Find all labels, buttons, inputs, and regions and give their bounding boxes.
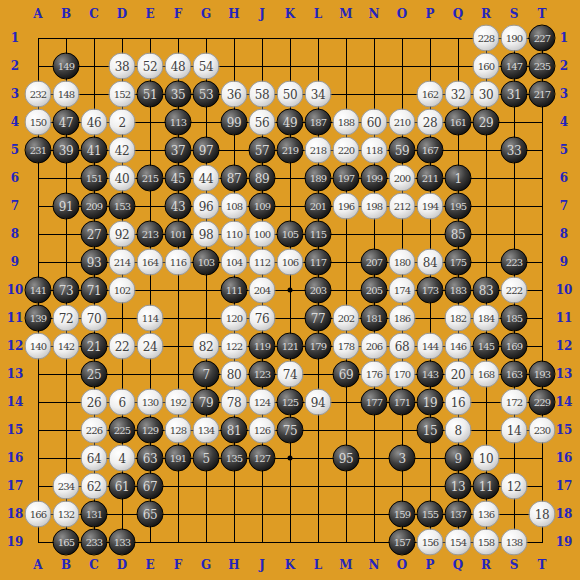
black-stone-H6-move-87[interactable]: 87 xyxy=(221,165,248,192)
black-stone-F5-move-37[interactable]: 37 xyxy=(165,137,192,164)
move-number: 170 xyxy=(394,369,411,380)
row-label-right-13: 13 xyxy=(556,368,573,380)
black-stone-N10-move-205[interactable]: 205 xyxy=(361,277,388,304)
white-stone-T15-move-230[interactable]: 230 xyxy=(529,417,556,444)
black-stone-M6-move-197[interactable]: 197 xyxy=(333,165,360,192)
white-stone-H7-move-108[interactable]: 108 xyxy=(221,193,248,220)
black-stone-G3-move-53[interactable]: 53 xyxy=(193,81,220,108)
black-stone-G13-move-7[interactable]: 7 xyxy=(193,361,220,388)
white-stone-R19-move-158[interactable]: 158 xyxy=(473,529,500,556)
white-stone-R13-move-168[interactable]: 168 xyxy=(473,361,500,388)
black-stone-F3-move-35[interactable]: 35 xyxy=(165,81,192,108)
white-stone-C11-move-70[interactable]: 70 xyxy=(81,305,108,332)
white-stone-B11-move-72[interactable]: 72 xyxy=(53,305,80,332)
white-stone-R1-move-228[interactable]: 228 xyxy=(473,25,500,52)
black-stone-F16-move-191[interactable]: 191 xyxy=(165,445,192,472)
move-number: 233 xyxy=(86,537,103,548)
white-stone-H13-move-80[interactable]: 80 xyxy=(221,361,248,388)
white-stone-O4-move-210[interactable]: 210 xyxy=(389,109,416,136)
black-stone-P13-move-143[interactable]: 143 xyxy=(417,361,444,388)
black-stone-G5-move-97[interactable]: 97 xyxy=(193,137,220,164)
black-stone-O16-move-3[interactable]: 3 xyxy=(389,445,416,472)
black-stone-C6-move-151[interactable]: 151 xyxy=(81,165,108,192)
move-number: 196 xyxy=(338,201,355,212)
col-label-top-C: C xyxy=(89,8,99,20)
white-stone-R11-move-184[interactable]: 184 xyxy=(473,305,500,332)
black-stone-C19-move-233[interactable]: 233 xyxy=(81,529,108,556)
col-label-bottom-K: K xyxy=(285,559,295,571)
move-number: 10 xyxy=(479,451,493,465)
move-number: 205 xyxy=(366,285,383,296)
black-stone-S11-move-185[interactable]: 185 xyxy=(501,305,528,332)
white-stone-B18-move-132[interactable]: 132 xyxy=(53,501,80,528)
white-stone-A12-move-140[interactable]: 140 xyxy=(25,333,52,360)
white-stone-Q11-move-182[interactable]: 182 xyxy=(445,305,472,332)
move-number: 157 xyxy=(394,537,411,548)
white-stone-H3-move-36[interactable]: 36 xyxy=(221,81,248,108)
black-stone-P5-move-167[interactable]: 167 xyxy=(417,137,444,164)
black-stone-N9-move-207[interactable]: 207 xyxy=(361,249,388,276)
white-stone-O7-move-212[interactable]: 212 xyxy=(389,193,416,220)
white-stone-E2-move-52[interactable]: 52 xyxy=(137,53,164,80)
black-stone-S5-move-33[interactable]: 33 xyxy=(501,137,528,164)
black-stone-B19-move-165[interactable]: 165 xyxy=(53,529,80,556)
row-label-left-5: 5 xyxy=(11,144,19,156)
move-number: 198 xyxy=(366,201,383,212)
black-stone-B2-move-149[interactable]: 149 xyxy=(53,53,80,80)
black-stone-L12-move-179[interactable]: 179 xyxy=(305,333,332,360)
white-stone-D5-move-42[interactable]: 42 xyxy=(109,137,136,164)
white-stone-P7-move-194[interactable]: 194 xyxy=(417,193,444,220)
move-number: 43 xyxy=(171,199,185,213)
white-stone-R2-move-160[interactable]: 160 xyxy=(473,53,500,80)
white-stone-H12-move-122[interactable]: 122 xyxy=(221,333,248,360)
white-stone-T18-move-18[interactable]: 18 xyxy=(529,501,556,528)
black-stone-D15-move-225[interactable]: 225 xyxy=(109,417,136,444)
black-stone-T2-move-235[interactable]: 235 xyxy=(529,53,556,80)
white-stone-L5-move-218[interactable]: 218 xyxy=(305,137,332,164)
black-stone-K5-move-219[interactable]: 219 xyxy=(277,137,304,164)
white-stone-Q14-move-16[interactable]: 16 xyxy=(445,389,472,416)
white-stone-D6-move-40[interactable]: 40 xyxy=(109,165,136,192)
black-stone-E15-move-129[interactable]: 129 xyxy=(137,417,164,444)
black-stone-L7-move-201[interactable]: 201 xyxy=(305,193,332,220)
move-number: 26 xyxy=(87,395,101,409)
white-stone-P4-move-28[interactable]: 28 xyxy=(417,109,444,136)
move-number: 7 xyxy=(202,367,209,381)
white-stone-G15-move-134[interactable]: 134 xyxy=(193,417,220,444)
move-number: 231 xyxy=(30,145,47,156)
black-stone-P14-move-19[interactable]: 19 xyxy=(417,389,444,416)
white-stone-S14-move-172[interactable]: 172 xyxy=(501,389,528,416)
black-stone-C5-move-41[interactable]: 41 xyxy=(81,137,108,164)
black-stone-K15-move-75[interactable]: 75 xyxy=(277,417,304,444)
black-stone-R17-move-11[interactable]: 11 xyxy=(473,473,500,500)
black-stone-Q4-move-161[interactable]: 161 xyxy=(445,109,472,136)
black-stone-D7-move-153[interactable]: 153 xyxy=(109,193,136,220)
white-stone-A3-move-232[interactable]: 232 xyxy=(25,81,52,108)
white-stone-D12-move-22[interactable]: 22 xyxy=(109,333,136,360)
black-stone-Q7-move-195[interactable]: 195 xyxy=(445,193,472,220)
white-stone-O12-move-68[interactable]: 68 xyxy=(389,333,416,360)
black-stone-T3-move-217[interactable]: 217 xyxy=(529,81,556,108)
white-stone-D16-move-4[interactable]: 4 xyxy=(109,445,136,472)
white-stone-H8-move-110[interactable]: 110 xyxy=(221,221,248,248)
move-number: 14 xyxy=(507,423,521,437)
black-stone-D17-move-61[interactable]: 61 xyxy=(109,473,136,500)
black-stone-S3-move-31[interactable]: 31 xyxy=(501,81,528,108)
black-stone-E17-move-67[interactable]: 67 xyxy=(137,473,164,500)
white-stone-D2-move-38[interactable]: 38 xyxy=(109,53,136,80)
black-stone-Q8-move-85[interactable]: 85 xyxy=(445,221,472,248)
move-number: 184 xyxy=(478,313,495,324)
black-stone-S9-move-223[interactable]: 223 xyxy=(501,249,528,276)
black-stone-F7-move-43[interactable]: 43 xyxy=(165,193,192,220)
black-stone-J13-move-123[interactable]: 123 xyxy=(249,361,276,388)
white-stone-C16-move-64[interactable]: 64 xyxy=(81,445,108,472)
move-number: 38 xyxy=(115,59,129,73)
black-stone-O19-move-157[interactable]: 157 xyxy=(389,529,416,556)
white-stone-D9-move-214[interactable]: 214 xyxy=(109,249,136,276)
black-stone-L8-move-115[interactable]: 115 xyxy=(305,221,332,248)
white-stone-F15-move-128[interactable]: 128 xyxy=(165,417,192,444)
white-stone-O10-move-174[interactable]: 174 xyxy=(389,277,416,304)
row-label-right-15: 15 xyxy=(556,424,573,436)
white-stone-J15-move-126[interactable]: 126 xyxy=(249,417,276,444)
white-stone-S19-move-138[interactable]: 138 xyxy=(501,529,528,556)
black-stone-G16-move-5[interactable]: 5 xyxy=(193,445,220,472)
white-stone-P9-move-84[interactable]: 84 xyxy=(417,249,444,276)
move-number: 154 xyxy=(450,537,467,548)
move-number: 21 xyxy=(87,339,101,353)
move-number: 210 xyxy=(394,117,411,128)
black-stone-C7-move-209[interactable]: 209 xyxy=(81,193,108,220)
black-stone-H4-move-99[interactable]: 99 xyxy=(221,109,248,136)
black-stone-H10-move-111[interactable]: 111 xyxy=(221,277,248,304)
move-number: 136 xyxy=(478,509,495,520)
row-label-left-9: 9 xyxy=(11,256,19,268)
black-stone-L11-move-77[interactable]: 77 xyxy=(305,305,332,332)
black-stone-T1-move-227[interactable]: 227 xyxy=(529,25,556,52)
black-stone-L4-move-187[interactable]: 187 xyxy=(305,109,332,136)
black-stone-O18-move-159[interactable]: 159 xyxy=(389,501,416,528)
white-stone-L14-move-94[interactable]: 94 xyxy=(305,389,332,416)
black-stone-R4-move-29[interactable]: 29 xyxy=(473,109,500,136)
black-stone-A10-move-141[interactable]: 141 xyxy=(25,277,52,304)
black-stone-A5-move-231[interactable]: 231 xyxy=(25,137,52,164)
black-stone-J12-move-119[interactable]: 119 xyxy=(249,333,276,360)
black-stone-C12-move-21[interactable]: 21 xyxy=(81,333,108,360)
black-stone-R10-move-83[interactable]: 83 xyxy=(473,277,500,304)
black-stone-D19-move-133[interactable]: 133 xyxy=(109,529,136,556)
white-stone-S10-move-222[interactable]: 222 xyxy=(501,277,528,304)
white-stone-K3-move-50[interactable]: 50 xyxy=(277,81,304,108)
white-stone-J14-move-124[interactable]: 124 xyxy=(249,389,276,416)
white-stone-G7-move-96[interactable]: 96 xyxy=(193,193,220,220)
white-stone-N13-move-176[interactable]: 176 xyxy=(361,361,388,388)
white-stone-A18-move-166[interactable]: 166 xyxy=(25,501,52,528)
black-stone-C10-move-71[interactable]: 71 xyxy=(81,277,108,304)
move-number: 16 xyxy=(451,395,465,409)
white-stone-R3-move-30[interactable]: 30 xyxy=(473,81,500,108)
move-number: 148 xyxy=(58,89,75,100)
move-number: 62 xyxy=(87,479,101,493)
white-stone-E9-move-164[interactable]: 164 xyxy=(137,249,164,276)
white-stone-A4-move-150[interactable]: 150 xyxy=(25,109,52,136)
move-number: 167 xyxy=(422,145,439,156)
white-stone-G2-move-54[interactable]: 54 xyxy=(193,53,220,80)
black-stone-Q17-move-13[interactable]: 13 xyxy=(445,473,472,500)
black-stone-C13-move-25[interactable]: 25 xyxy=(81,361,108,388)
black-stone-T14-move-229[interactable]: 229 xyxy=(529,389,556,416)
move-number: 22 xyxy=(115,339,129,353)
black-stone-H16-move-135[interactable]: 135 xyxy=(221,445,248,472)
white-stone-N4-move-60[interactable]: 60 xyxy=(361,109,388,136)
black-stone-J5-move-57[interactable]: 57 xyxy=(249,137,276,164)
black-stone-P10-move-173[interactable]: 173 xyxy=(417,277,444,304)
black-stone-Q6-move-1[interactable]: 1 xyxy=(445,165,472,192)
white-stone-F2-move-48[interactable]: 48 xyxy=(165,53,192,80)
row-label-right-6: 6 xyxy=(560,172,568,184)
white-stone-J3-move-58[interactable]: 58 xyxy=(249,81,276,108)
black-stone-E16-move-63[interactable]: 63 xyxy=(137,445,164,472)
black-stone-L10-move-203[interactable]: 203 xyxy=(305,277,332,304)
white-stone-C4-move-46[interactable]: 46 xyxy=(81,109,108,136)
move-number: 32 xyxy=(451,87,465,101)
white-stone-M4-move-188[interactable]: 188 xyxy=(333,109,360,136)
move-number: 182 xyxy=(450,313,467,324)
black-stone-T13-move-193[interactable]: 193 xyxy=(529,361,556,388)
white-stone-J8-move-100[interactable]: 100 xyxy=(249,221,276,248)
white-stone-O6-move-200[interactable]: 200 xyxy=(389,165,416,192)
white-stone-E14-move-130[interactable]: 130 xyxy=(137,389,164,416)
move-number: 232 xyxy=(30,89,47,100)
white-stone-H11-move-120[interactable]: 120 xyxy=(221,305,248,332)
move-number: 70 xyxy=(87,311,101,325)
white-stone-B3-move-148[interactable]: 148 xyxy=(53,81,80,108)
black-stone-G9-move-103[interactable]: 103 xyxy=(193,249,220,276)
move-number: 166 xyxy=(30,509,47,520)
black-stone-B5-move-39[interactable]: 39 xyxy=(53,137,80,164)
move-number: 160 xyxy=(478,61,495,72)
white-stone-M11-move-202[interactable]: 202 xyxy=(333,305,360,332)
white-stone-M12-move-178[interactable]: 178 xyxy=(333,333,360,360)
white-stone-G6-move-44[interactable]: 44 xyxy=(193,165,220,192)
white-stone-J11-move-76[interactable]: 76 xyxy=(249,305,276,332)
move-number: 118 xyxy=(366,145,383,156)
move-number: 227 xyxy=(534,33,551,44)
move-number: 171 xyxy=(394,397,411,408)
white-stone-R16-move-10[interactable]: 10 xyxy=(473,445,500,472)
black-stone-B7-move-91[interactable]: 91 xyxy=(53,193,80,220)
white-stone-P3-move-162[interactable]: 162 xyxy=(417,81,444,108)
black-stone-M16-move-95[interactable]: 95 xyxy=(333,445,360,472)
move-number: 56 xyxy=(255,115,269,129)
black-stone-F8-move-101[interactable]: 101 xyxy=(165,221,192,248)
move-number: 64 xyxy=(87,451,101,465)
move-number: 211 xyxy=(422,173,439,184)
black-stone-P15-move-15[interactable]: 15 xyxy=(417,417,444,444)
col-label-bottom-Q: Q xyxy=(453,559,463,571)
black-stone-C9-move-93[interactable]: 93 xyxy=(81,249,108,276)
white-stone-Q15-move-8[interactable]: 8 xyxy=(445,417,472,444)
white-stone-Q12-move-146[interactable]: 146 xyxy=(445,333,472,360)
white-stone-D8-move-92[interactable]: 92 xyxy=(109,221,136,248)
white-stone-B17-move-234[interactable]: 234 xyxy=(53,473,80,500)
go-board-diagram: AABBCCDDEEFFGGHHJJKKLLMMNNOOPPQQRRSSTT11… xyxy=(0,0,580,580)
white-stone-D3-move-152[interactable]: 152 xyxy=(109,81,136,108)
white-stone-L3-move-34[interactable]: 34 xyxy=(305,81,332,108)
move-number: 2 xyxy=(118,115,125,129)
black-stone-N11-move-181[interactable]: 181 xyxy=(361,305,388,332)
row-label-left-12: 12 xyxy=(7,340,24,352)
white-stone-F14-move-192[interactable]: 192 xyxy=(165,389,192,416)
move-number: 213 xyxy=(142,229,159,240)
move-number: 114 xyxy=(142,313,159,324)
white-stone-P19-move-156[interactable]: 156 xyxy=(417,529,444,556)
black-stone-L9-move-117[interactable]: 117 xyxy=(305,249,332,276)
black-stone-N14-move-177[interactable]: 177 xyxy=(361,389,388,416)
white-stone-Q13-move-20[interactable]: 20 xyxy=(445,361,472,388)
white-stone-O9-move-180[interactable]: 180 xyxy=(389,249,416,276)
white-stone-M5-move-220[interactable]: 220 xyxy=(333,137,360,164)
move-number: 153 xyxy=(114,201,131,212)
black-stone-S12-move-169[interactable]: 169 xyxy=(501,333,528,360)
move-number: 19 xyxy=(423,395,437,409)
black-stone-E8-move-213[interactable]: 213 xyxy=(137,221,164,248)
white-stone-J9-move-112[interactable]: 112 xyxy=(249,249,276,276)
black-stone-S13-move-163[interactable]: 163 xyxy=(501,361,528,388)
move-number: 97 xyxy=(199,143,213,157)
col-label-top-P: P xyxy=(425,8,434,20)
black-stone-Q18-move-137[interactable]: 137 xyxy=(445,501,472,528)
black-stone-K4-move-49[interactable]: 49 xyxy=(277,109,304,136)
white-stone-M7-move-196[interactable]: 196 xyxy=(333,193,360,220)
white-stone-R18-move-136[interactable]: 136 xyxy=(473,501,500,528)
black-stone-F6-move-45[interactable]: 45 xyxy=(165,165,192,192)
move-number: 105 xyxy=(282,229,299,240)
black-stone-P6-move-211[interactable]: 211 xyxy=(417,165,444,192)
black-stone-R12-move-145[interactable]: 145 xyxy=(473,333,500,360)
col-label-top-T: T xyxy=(538,8,547,20)
black-stone-K12-move-121[interactable]: 121 xyxy=(277,333,304,360)
move-number: 61 xyxy=(115,479,129,493)
black-stone-L6-move-189[interactable]: 189 xyxy=(305,165,332,192)
white-stone-K9-move-106[interactable]: 106 xyxy=(277,249,304,276)
move-number: 215 xyxy=(142,173,159,184)
white-stone-Q19-move-154[interactable]: 154 xyxy=(445,529,472,556)
white-stone-S17-move-12[interactable]: 12 xyxy=(501,473,528,500)
move-number: 101 xyxy=(170,229,187,240)
black-stone-K14-move-125[interactable]: 125 xyxy=(277,389,304,416)
white-stone-S15-move-14[interactable]: 14 xyxy=(501,417,528,444)
white-stone-D10-move-102[interactable]: 102 xyxy=(109,277,136,304)
black-stone-G14-move-79[interactable]: 79 xyxy=(193,389,220,416)
white-stone-H9-move-104[interactable]: 104 xyxy=(221,249,248,276)
white-stone-O11-move-186[interactable]: 186 xyxy=(389,305,416,332)
col-label-top-H: H xyxy=(228,8,239,20)
black-stone-F4-move-113[interactable]: 113 xyxy=(165,109,192,136)
black-stone-H15-move-81[interactable]: 81 xyxy=(221,417,248,444)
white-stone-D14-move-6[interactable]: 6 xyxy=(109,389,136,416)
black-stone-E6-move-215[interactable]: 215 xyxy=(137,165,164,192)
white-stone-N12-move-206[interactable]: 206 xyxy=(361,333,388,360)
black-stone-K8-move-105[interactable]: 105 xyxy=(277,221,304,248)
row-label-left-14: 14 xyxy=(7,396,24,408)
white-stone-F9-move-116[interactable]: 116 xyxy=(165,249,192,276)
black-stone-M13-move-69[interactable]: 69 xyxy=(333,361,360,388)
black-stone-Q10-move-183[interactable]: 183 xyxy=(445,277,472,304)
move-number: 49 xyxy=(283,115,297,129)
white-stone-C14-move-26[interactable]: 26 xyxy=(81,389,108,416)
black-stone-E3-move-51[interactable]: 51 xyxy=(137,81,164,108)
black-stone-Q9-move-175[interactable]: 175 xyxy=(445,249,472,276)
black-stone-B10-move-73[interactable]: 73 xyxy=(53,277,80,304)
white-stone-B12-move-142[interactable]: 142 xyxy=(53,333,80,360)
white-stone-S1-move-190[interactable]: 190 xyxy=(501,25,528,52)
black-stone-O14-move-171[interactable]: 171 xyxy=(389,389,416,416)
white-stone-E12-move-24[interactable]: 24 xyxy=(137,333,164,360)
black-stone-P18-move-155[interactable]: 155 xyxy=(417,501,444,528)
move-number: 100 xyxy=(254,229,271,240)
black-stone-C8-move-27[interactable]: 27 xyxy=(81,221,108,248)
white-stone-C17-move-62[interactable]: 62 xyxy=(81,473,108,500)
col-label-bottom-G: G xyxy=(201,559,211,571)
black-stone-J7-move-109[interactable]: 109 xyxy=(249,193,276,220)
white-stone-K13-move-74[interactable]: 74 xyxy=(277,361,304,388)
black-stone-B4-move-47[interactable]: 47 xyxy=(53,109,80,136)
row-label-left-15: 15 xyxy=(7,424,24,436)
black-stone-N6-move-199[interactable]: 199 xyxy=(361,165,388,192)
white-stone-D4-move-2[interactable]: 2 xyxy=(109,109,136,136)
move-number: 39 xyxy=(59,143,73,157)
white-stone-J4-move-56[interactable]: 56 xyxy=(249,109,276,136)
move-number: 173 xyxy=(422,285,439,296)
col-label-bottom-H: H xyxy=(228,559,239,571)
white-stone-G12-move-82[interactable]: 82 xyxy=(193,333,220,360)
black-stone-E18-move-65[interactable]: 65 xyxy=(137,501,164,528)
white-stone-N5-move-118[interactable]: 118 xyxy=(361,137,388,164)
move-number: 82 xyxy=(199,339,213,353)
move-number: 178 xyxy=(338,341,355,352)
move-number: 76 xyxy=(255,311,269,325)
black-stone-A11-move-139[interactable]: 139 xyxy=(25,305,52,332)
black-stone-S2-move-147[interactable]: 147 xyxy=(501,53,528,80)
white-stone-G8-move-98[interactable]: 98 xyxy=(193,221,220,248)
white-stone-O13-move-170[interactable]: 170 xyxy=(389,361,416,388)
move-number: 151 xyxy=(86,173,103,184)
white-stone-J10-move-204[interactable]: 204 xyxy=(249,277,276,304)
white-stone-H14-move-78[interactable]: 78 xyxy=(221,389,248,416)
black-stone-Q16-move-9[interactable]: 9 xyxy=(445,445,472,472)
move-number: 219 xyxy=(282,145,299,156)
black-stone-O5-move-59[interactable]: 59 xyxy=(389,137,416,164)
col-label-bottom-R: R xyxy=(481,559,491,571)
white-stone-E11-move-114[interactable]: 114 xyxy=(137,305,164,332)
move-number: 183 xyxy=(450,285,467,296)
move-number: 234 xyxy=(58,481,75,492)
black-stone-C18-move-131[interactable]: 131 xyxy=(81,501,108,528)
black-stone-J16-move-127[interactable]: 127 xyxy=(249,445,276,472)
move-number: 126 xyxy=(254,425,271,436)
col-label-top-R: R xyxy=(481,8,491,20)
white-stone-P12-move-144[interactable]: 144 xyxy=(417,333,444,360)
white-stone-C15-move-226[interactable]: 226 xyxy=(81,417,108,444)
black-stone-J6-move-89[interactable]: 89 xyxy=(249,165,276,192)
white-stone-Q3-move-32[interactable]: 32 xyxy=(445,81,472,108)
col-label-bottom-O: O xyxy=(397,559,407,571)
white-stone-N7-move-198[interactable]: 198 xyxy=(361,193,388,220)
